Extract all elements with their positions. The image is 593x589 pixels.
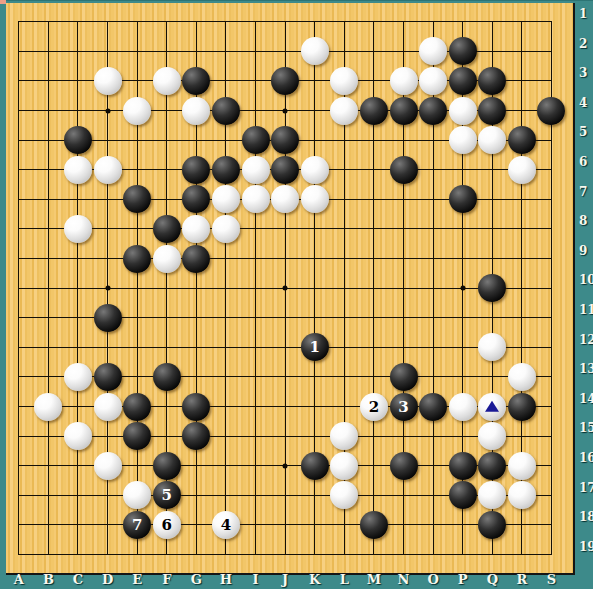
intersection-Q1[interactable] [478, 7, 508, 37]
intersection-L15[interactable] [330, 421, 360, 451]
intersection-C19[interactable] [63, 540, 93, 570]
intersection-O17[interactable] [418, 481, 448, 511]
intersection-G12[interactable] [182, 333, 212, 363]
intersection-D4[interactable] [93, 96, 123, 126]
intersection-J19[interactable] [270, 540, 300, 570]
intersection-I7[interactable] [241, 185, 271, 215]
intersection-R6[interactable] [507, 155, 537, 185]
intersection-K18[interactable] [300, 510, 330, 540]
intersection-C3[interactable] [63, 66, 93, 96]
intersection-H10[interactable] [211, 273, 241, 303]
intersection-E11[interactable] [122, 303, 152, 333]
intersection-I19[interactable] [241, 540, 271, 570]
intersection-Q15[interactable] [478, 421, 508, 451]
intersection-C12[interactable] [63, 333, 93, 363]
intersection-R4[interactable] [507, 96, 537, 126]
intersection-P12[interactable] [448, 333, 478, 363]
intersection-E7[interactable] [122, 185, 152, 215]
intersection-C8[interactable] [63, 214, 93, 244]
intersection-P19[interactable] [448, 540, 478, 570]
intersection-H5[interactable] [211, 125, 241, 155]
intersection-E4[interactable] [122, 96, 152, 126]
intersection-L2[interactable] [330, 37, 360, 67]
intersection-B8[interactable] [34, 214, 64, 244]
intersection-C13[interactable] [63, 362, 93, 392]
intersection-F4[interactable] [152, 96, 182, 126]
intersection-K8[interactable] [300, 214, 330, 244]
intersection-D12[interactable] [93, 333, 123, 363]
intersection-B11[interactable] [34, 303, 64, 333]
intersection-H16[interactable] [211, 451, 241, 481]
intersection-K9[interactable] [300, 244, 330, 274]
intersection-D11[interactable] [93, 303, 123, 333]
intersection-J10[interactable] [270, 273, 300, 303]
intersection-B18[interactable] [34, 510, 64, 540]
intersection-D5[interactable] [93, 125, 123, 155]
intersection-Q12[interactable] [478, 333, 508, 363]
intersection-Q19[interactable] [478, 540, 508, 570]
intersection-N18[interactable] [389, 510, 419, 540]
intersection-D16[interactable] [93, 451, 123, 481]
intersection-D18[interactable] [93, 510, 123, 540]
intersection-F6[interactable] [152, 155, 182, 185]
intersection-C14[interactable] [63, 392, 93, 422]
intersection-H7[interactable] [211, 185, 241, 215]
intersection-C16[interactable] [63, 451, 93, 481]
intersection-A9[interactable] [4, 244, 34, 274]
intersection-R8[interactable] [507, 214, 537, 244]
intersection-G1[interactable] [182, 7, 212, 37]
intersection-H18[interactable]: 4 [211, 510, 241, 540]
intersection-L12[interactable] [330, 333, 360, 363]
intersection-G8[interactable] [182, 214, 212, 244]
intersection-F18[interactable]: 6 [152, 510, 182, 540]
intersection-F9[interactable] [152, 244, 182, 274]
intersection-G5[interactable] [182, 125, 212, 155]
intersection-K16[interactable] [300, 451, 330, 481]
intersection-A15[interactable] [4, 421, 34, 451]
intersection-L17[interactable] [330, 481, 360, 511]
intersection-D13[interactable] [93, 362, 123, 392]
intersection-F5[interactable] [152, 125, 182, 155]
intersection-E8[interactable] [122, 214, 152, 244]
intersection-F13[interactable] [152, 362, 182, 392]
intersection-D9[interactable] [93, 244, 123, 274]
intersection-F17[interactable]: 5 [152, 481, 182, 511]
intersection-E2[interactable] [122, 37, 152, 67]
intersection-E19[interactable] [122, 540, 152, 570]
intersection-M3[interactable] [359, 66, 389, 96]
intersection-G15[interactable] [182, 421, 212, 451]
intersection-A1[interactable] [4, 7, 34, 37]
intersection-L7[interactable] [330, 185, 360, 215]
intersection-A14[interactable] [4, 392, 34, 422]
intersection-S13[interactable] [537, 362, 567, 392]
intersection-F3[interactable] [152, 66, 182, 96]
intersection-O15[interactable] [418, 421, 448, 451]
intersection-M4[interactable] [359, 96, 389, 126]
intersection-G18[interactable] [182, 510, 212, 540]
intersection-F14[interactable] [152, 392, 182, 422]
intersection-I16[interactable] [241, 451, 271, 481]
intersection-E12[interactable] [122, 333, 152, 363]
intersection-M8[interactable] [359, 214, 389, 244]
intersection-Q3[interactable] [478, 66, 508, 96]
intersection-K4[interactable] [300, 96, 330, 126]
intersection-P8[interactable] [448, 214, 478, 244]
intersection-Q2[interactable] [478, 37, 508, 67]
intersection-L18[interactable] [330, 510, 360, 540]
intersection-F2[interactable] [152, 37, 182, 67]
intersection-J14[interactable] [270, 392, 300, 422]
intersection-K1[interactable] [300, 7, 330, 37]
intersection-P14[interactable] [448, 392, 478, 422]
intersection-J12[interactable] [270, 333, 300, 363]
intersection-F16[interactable] [152, 451, 182, 481]
intersection-G11[interactable] [182, 303, 212, 333]
intersection-P1[interactable] [448, 7, 478, 37]
intersection-L11[interactable] [330, 303, 360, 333]
intersection-I17[interactable] [241, 481, 271, 511]
intersection-S7[interactable] [537, 185, 567, 215]
intersection-H19[interactable] [211, 540, 241, 570]
intersection-R17[interactable] [507, 481, 537, 511]
intersection-L13[interactable] [330, 362, 360, 392]
intersection-D15[interactable] [93, 421, 123, 451]
intersection-Q16[interactable] [478, 451, 508, 481]
intersection-O9[interactable] [418, 244, 448, 274]
intersection-N10[interactable] [389, 273, 419, 303]
intersection-N1[interactable] [389, 7, 419, 37]
intersection-C4[interactable] [63, 96, 93, 126]
intersection-Q14[interactable] [478, 392, 508, 422]
intersection-M2[interactable] [359, 37, 389, 67]
intersection-K14[interactable] [300, 392, 330, 422]
intersection-S15[interactable] [537, 421, 567, 451]
intersection-M10[interactable] [359, 273, 389, 303]
intersection-C10[interactable] [63, 273, 93, 303]
intersection-B14[interactable] [34, 392, 64, 422]
intersection-M6[interactable] [359, 155, 389, 185]
intersection-M15[interactable] [359, 421, 389, 451]
intersection-I12[interactable] [241, 333, 271, 363]
intersection-L9[interactable] [330, 244, 360, 274]
intersection-I10[interactable] [241, 273, 271, 303]
intersection-E18[interactable]: 7 [122, 510, 152, 540]
intersection-O3[interactable] [418, 66, 448, 96]
intersection-S11[interactable] [537, 303, 567, 333]
intersection-I11[interactable] [241, 303, 271, 333]
intersection-A2[interactable] [4, 37, 34, 67]
intersection-M14[interactable]: 2 [359, 392, 389, 422]
intersection-L10[interactable] [330, 273, 360, 303]
intersection-H6[interactable] [211, 155, 241, 185]
intersection-S6[interactable] [537, 155, 567, 185]
intersection-N9[interactable] [389, 244, 419, 274]
intersection-J11[interactable] [270, 303, 300, 333]
intersection-S18[interactable] [537, 510, 567, 540]
intersection-J4[interactable] [270, 96, 300, 126]
intersection-K19[interactable] [300, 540, 330, 570]
intersection-J17[interactable] [270, 481, 300, 511]
intersection-Q11[interactable] [478, 303, 508, 333]
intersection-J1[interactable] [270, 7, 300, 37]
intersection-A8[interactable] [4, 214, 34, 244]
intersection-D6[interactable] [93, 155, 123, 185]
intersection-R15[interactable] [507, 421, 537, 451]
intersection-S9[interactable] [537, 244, 567, 274]
intersection-K2[interactable] [300, 37, 330, 67]
intersection-C2[interactable] [63, 37, 93, 67]
intersection-L19[interactable] [330, 540, 360, 570]
intersection-A16[interactable] [4, 451, 34, 481]
intersection-H4[interactable] [211, 96, 241, 126]
intersection-D3[interactable] [93, 66, 123, 96]
intersection-A17[interactable] [4, 481, 34, 511]
intersection-F8[interactable] [152, 214, 182, 244]
intersection-S10[interactable] [537, 273, 567, 303]
intersection-N14[interactable]: 3 [389, 392, 419, 422]
intersection-C18[interactable] [63, 510, 93, 540]
intersection-P10[interactable] [448, 273, 478, 303]
intersection-M16[interactable] [359, 451, 389, 481]
intersection-P3[interactable] [448, 66, 478, 96]
intersection-H8[interactable] [211, 214, 241, 244]
intersection-R5[interactable] [507, 125, 537, 155]
intersection-N4[interactable] [389, 96, 419, 126]
intersection-N13[interactable] [389, 362, 419, 392]
intersection-G2[interactable] [182, 37, 212, 67]
intersection-D1[interactable] [93, 7, 123, 37]
intersection-D2[interactable] [93, 37, 123, 67]
intersection-B9[interactable] [34, 244, 64, 274]
intersection-I6[interactable] [241, 155, 271, 185]
intersection-N11[interactable] [389, 303, 419, 333]
intersection-N5[interactable] [389, 125, 419, 155]
intersection-G13[interactable] [182, 362, 212, 392]
intersection-K15[interactable] [300, 421, 330, 451]
intersection-B2[interactable] [34, 37, 64, 67]
intersection-Q4[interactable] [478, 96, 508, 126]
intersection-I1[interactable] [241, 7, 271, 37]
intersection-N3[interactable] [389, 66, 419, 96]
intersection-E9[interactable] [122, 244, 152, 274]
intersection-R12[interactable] [507, 333, 537, 363]
intersection-E10[interactable] [122, 273, 152, 303]
intersection-D8[interactable] [93, 214, 123, 244]
intersection-A11[interactable] [4, 303, 34, 333]
intersection-I8[interactable] [241, 214, 271, 244]
intersection-N6[interactable] [389, 155, 419, 185]
intersection-J2[interactable] [270, 37, 300, 67]
intersection-P9[interactable] [448, 244, 478, 274]
intersection-L3[interactable] [330, 66, 360, 96]
intersection-B6[interactable] [34, 155, 64, 185]
intersection-S5[interactable] [537, 125, 567, 155]
intersection-H14[interactable] [211, 392, 241, 422]
intersection-B1[interactable] [34, 7, 64, 37]
intersection-C15[interactable] [63, 421, 93, 451]
intersection-I13[interactable] [241, 362, 271, 392]
intersection-S2[interactable] [537, 37, 567, 67]
intersection-M9[interactable] [359, 244, 389, 274]
intersection-H2[interactable] [211, 37, 241, 67]
intersection-F12[interactable] [152, 333, 182, 363]
intersection-S8[interactable] [537, 214, 567, 244]
intersection-I15[interactable] [241, 421, 271, 451]
intersection-C5[interactable] [63, 125, 93, 155]
intersection-P18[interactable] [448, 510, 478, 540]
intersection-G6[interactable] [182, 155, 212, 185]
intersection-H1[interactable] [211, 7, 241, 37]
intersection-M5[interactable] [359, 125, 389, 155]
intersection-B10[interactable] [34, 273, 64, 303]
intersection-P6[interactable] [448, 155, 478, 185]
intersection-S1[interactable] [537, 7, 567, 37]
intersection-L16[interactable] [330, 451, 360, 481]
intersection-R14[interactable] [507, 392, 537, 422]
intersection-E14[interactable] [122, 392, 152, 422]
intersection-C6[interactable] [63, 155, 93, 185]
intersection-R1[interactable] [507, 7, 537, 37]
intersection-N17[interactable] [389, 481, 419, 511]
intersection-I2[interactable] [241, 37, 271, 67]
intersection-F1[interactable] [152, 7, 182, 37]
intersection-H17[interactable] [211, 481, 241, 511]
intersection-A6[interactable] [4, 155, 34, 185]
intersection-E3[interactable] [122, 66, 152, 96]
intersection-B19[interactable] [34, 540, 64, 570]
intersection-P17[interactable] [448, 481, 478, 511]
intersection-N2[interactable] [389, 37, 419, 67]
intersection-C9[interactable] [63, 244, 93, 274]
intersection-G3[interactable] [182, 66, 212, 96]
intersection-O18[interactable] [418, 510, 448, 540]
intersection-F11[interactable] [152, 303, 182, 333]
intersection-O7[interactable] [418, 185, 448, 215]
intersection-Q8[interactable] [478, 214, 508, 244]
intersection-O8[interactable] [418, 214, 448, 244]
intersection-L6[interactable] [330, 155, 360, 185]
intersection-O6[interactable] [418, 155, 448, 185]
intersection-F10[interactable] [152, 273, 182, 303]
intersection-P11[interactable] [448, 303, 478, 333]
intersection-G7[interactable] [182, 185, 212, 215]
intersection-A3[interactable] [4, 66, 34, 96]
intersection-E5[interactable] [122, 125, 152, 155]
intersection-M17[interactable] [359, 481, 389, 511]
intersection-B4[interactable] [34, 96, 64, 126]
intersection-Q10[interactable] [478, 273, 508, 303]
intersection-R16[interactable] [507, 451, 537, 481]
intersection-E13[interactable] [122, 362, 152, 392]
intersection-B15[interactable] [34, 421, 64, 451]
intersection-K3[interactable] [300, 66, 330, 96]
intersection-H13[interactable] [211, 362, 241, 392]
intersection-L8[interactable] [330, 214, 360, 244]
intersection-I3[interactable] [241, 66, 271, 96]
intersection-J3[interactable] [270, 66, 300, 96]
intersection-Q6[interactable] [478, 155, 508, 185]
intersection-E6[interactable] [122, 155, 152, 185]
intersection-J7[interactable] [270, 185, 300, 215]
intersection-G14[interactable] [182, 392, 212, 422]
intersection-P16[interactable] [448, 451, 478, 481]
intersection-Q9[interactable] [478, 244, 508, 274]
intersection-A5[interactable] [4, 125, 34, 155]
intersection-K13[interactable] [300, 362, 330, 392]
intersection-M13[interactable] [359, 362, 389, 392]
intersection-K12[interactable]: 1 [300, 333, 330, 363]
intersection-O19[interactable] [418, 540, 448, 570]
intersection-B7[interactable] [34, 185, 64, 215]
intersection-R13[interactable] [507, 362, 537, 392]
intersection-Q7[interactable] [478, 185, 508, 215]
intersection-B3[interactable] [34, 66, 64, 96]
intersection-O14[interactable] [418, 392, 448, 422]
intersection-P15[interactable] [448, 421, 478, 451]
intersection-S14[interactable] [537, 392, 567, 422]
intersection-Q13[interactable] [478, 362, 508, 392]
intersection-J5[interactable] [270, 125, 300, 155]
intersection-N19[interactable] [389, 540, 419, 570]
intersection-G10[interactable] [182, 273, 212, 303]
intersection-K17[interactable] [300, 481, 330, 511]
intersection-P5[interactable] [448, 125, 478, 155]
intersection-R18[interactable] [507, 510, 537, 540]
intersection-R10[interactable] [507, 273, 537, 303]
intersection-O11[interactable] [418, 303, 448, 333]
intersection-R2[interactable] [507, 37, 537, 67]
intersection-P4[interactable] [448, 96, 478, 126]
intersection-R11[interactable] [507, 303, 537, 333]
intersection-J13[interactable] [270, 362, 300, 392]
intersection-R3[interactable] [507, 66, 537, 96]
intersection-S4[interactable] [537, 96, 567, 126]
intersection-P7[interactable] [448, 185, 478, 215]
intersection-K11[interactable] [300, 303, 330, 333]
intersection-C17[interactable] [63, 481, 93, 511]
intersection-A7[interactable] [4, 185, 34, 215]
intersection-K10[interactable] [300, 273, 330, 303]
intersection-Q5[interactable] [478, 125, 508, 155]
intersection-J8[interactable] [270, 214, 300, 244]
intersection-J18[interactable] [270, 510, 300, 540]
intersection-O5[interactable] [418, 125, 448, 155]
intersection-A4[interactable] [4, 96, 34, 126]
intersection-B16[interactable] [34, 451, 64, 481]
intersection-I9[interactable] [241, 244, 271, 274]
intersection-C7[interactable] [63, 185, 93, 215]
intersection-J16[interactable] [270, 451, 300, 481]
intersection-N8[interactable] [389, 214, 419, 244]
intersection-E16[interactable] [122, 451, 152, 481]
intersection-H3[interactable] [211, 66, 241, 96]
intersection-S3[interactable] [537, 66, 567, 96]
intersection-A13[interactable] [4, 362, 34, 392]
intersection-K5[interactable] [300, 125, 330, 155]
intersection-H15[interactable] [211, 421, 241, 451]
intersection-H12[interactable] [211, 333, 241, 363]
intersection-L14[interactable] [330, 392, 360, 422]
intersection-L5[interactable] [330, 125, 360, 155]
intersection-L1[interactable] [330, 7, 360, 37]
intersection-M11[interactable] [359, 303, 389, 333]
intersection-M19[interactable] [359, 540, 389, 570]
intersection-K6[interactable] [300, 155, 330, 185]
intersection-G4[interactable] [182, 96, 212, 126]
intersection-D10[interactable] [93, 273, 123, 303]
